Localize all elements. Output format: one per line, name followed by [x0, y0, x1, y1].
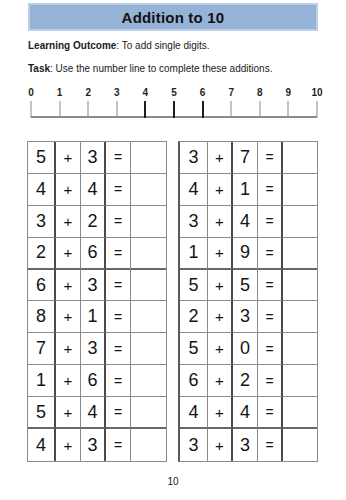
number-line-tick — [59, 101, 60, 118]
plus-cell: + — [56, 365, 81, 397]
equals-cell: = — [258, 429, 283, 461]
addend-b-cell: 3 — [81, 142, 106, 174]
addend-b-cell: 4 — [81, 397, 106, 429]
equals-cell: = — [258, 174, 283, 206]
number-line-label: 5 — [171, 87, 177, 98]
answer-cell[interactable] — [283, 142, 317, 174]
addend-a-cell: 2 — [28, 238, 56, 270]
equals-cell: = — [106, 365, 131, 397]
plus-cell: + — [56, 206, 81, 238]
addend-a-cell: 5 — [28, 397, 56, 429]
answer-cell[interactable] — [131, 333, 166, 365]
equals-cell: = — [106, 270, 131, 302]
equals-cell: = — [106, 238, 131, 270]
addend-b-cell: 6 — [81, 238, 106, 270]
answer-cell[interactable] — [283, 174, 317, 206]
addend-b-cell: 3 — [81, 429, 106, 461]
addend-a-cell: 5 — [180, 333, 208, 365]
answer-cell[interactable] — [283, 238, 317, 270]
answer-cell[interactable] — [283, 333, 317, 365]
addend-a-cell: 1 — [28, 365, 56, 397]
equals-cell: = — [258, 142, 283, 174]
number-line-tick — [31, 101, 32, 118]
equals-cell: = — [106, 142, 131, 174]
addend-a-cell: 7 — [28, 333, 56, 365]
equals-cell: = — [258, 397, 283, 429]
addend-b-cell: 7 — [233, 142, 258, 174]
plus-cell: + — [56, 142, 81, 174]
equals-cell: = — [106, 174, 131, 206]
number-line-tick — [116, 101, 117, 118]
equals-cell: = — [258, 301, 283, 333]
answer-cell[interactable] — [131, 270, 166, 302]
addend-b-cell: 3 — [81, 333, 106, 365]
number-line-tick — [173, 101, 175, 118]
addend-a-cell: 2 — [180, 301, 208, 333]
addend-a-cell: 3 — [180, 206, 208, 238]
answer-cell[interactable] — [131, 206, 166, 238]
addend-a-cell: 3 — [180, 142, 208, 174]
addend-b-cell: 1 — [233, 174, 258, 206]
plus-cell: + — [56, 174, 81, 206]
plus-cell: + — [208, 333, 233, 365]
plus-cell: + — [208, 397, 233, 429]
page-number: 10 — [0, 476, 346, 487]
equals-cell: = — [258, 270, 283, 302]
plus-cell: + — [56, 301, 81, 333]
equals-cell: = — [258, 333, 283, 365]
number-line-label: 10 — [311, 87, 322, 98]
equals-cell: = — [106, 429, 131, 461]
addend-b-cell: 6 — [81, 365, 106, 397]
worksheet-page: Addition to 10 Learning Outcome: To add … — [0, 0, 346, 500]
equals-cell: = — [106, 397, 131, 429]
number-line-tick — [144, 101, 146, 118]
number-line-tick — [288, 101, 289, 118]
equals-cell: = — [106, 333, 131, 365]
addend-b-cell: 3 — [233, 301, 258, 333]
task-line: Task: Use the number line to complete th… — [28, 63, 272, 75]
number-line-label: 9 — [286, 87, 292, 98]
addend-a-cell: 3 — [28, 206, 56, 238]
number-line-tick — [88, 101, 89, 118]
plus-cell: + — [208, 206, 233, 238]
addend-a-cell: 4 — [28, 174, 56, 206]
addend-a-cell: 5 — [28, 142, 56, 174]
plus-cell: + — [208, 301, 233, 333]
task-label: Task — [28, 63, 50, 74]
title-banner: Addition to 10 — [28, 3, 318, 31]
answer-cell[interactable] — [131, 301, 166, 333]
task-text: : Use the number line to complete these … — [50, 63, 272, 74]
answer-cell[interactable] — [283, 301, 317, 333]
plus-cell: + — [56, 270, 81, 302]
number-line-label: 3 — [114, 87, 120, 98]
number-line-tick — [231, 101, 232, 118]
plus-cell: + — [208, 238, 233, 270]
number-line-tick — [202, 101, 204, 118]
plus-cell: + — [208, 142, 233, 174]
addend-a-cell: 4 — [180, 397, 208, 429]
answer-cell[interactable] — [131, 397, 166, 429]
addend-b-cell: 5 — [233, 270, 258, 302]
addition-table-right: 3+7=4+1=3+4=1+9=5+5=2+3=5+0=6+2=4+4=3+3= — [178, 141, 318, 462]
number-line-label: 6 — [200, 87, 206, 98]
learning-outcome-line: Learning Outcome: To add single digits. — [28, 40, 210, 52]
number-line-label: 1 — [57, 87, 63, 98]
addend-b-cell: 2 — [233, 365, 258, 397]
plus-cell: + — [56, 238, 81, 270]
number-line-label: 4 — [143, 87, 149, 98]
addend-a-cell: 6 — [180, 365, 208, 397]
equals-cell: = — [258, 238, 283, 270]
addend-a-cell: 5 — [180, 270, 208, 302]
number-line-tick — [317, 101, 318, 118]
addend-b-cell: 0 — [233, 333, 258, 365]
number-line: 012345678910 — [31, 87, 317, 118]
number-line-tick — [259, 101, 260, 118]
learning-outcome-label: Learning Outcome — [28, 40, 116, 51]
answer-cell[interactable] — [283, 397, 317, 429]
answer-cell[interactable] — [131, 238, 166, 270]
number-line-label: 8 — [257, 87, 263, 98]
plus-cell: + — [56, 429, 81, 461]
addend-a-cell: 6 — [28, 270, 56, 302]
plus-cell: + — [56, 333, 81, 365]
plus-cell: + — [208, 270, 233, 302]
answer-cell[interactable] — [283, 365, 317, 397]
addend-b-cell: 2 — [81, 206, 106, 238]
answer-cell[interactable] — [131, 429, 166, 461]
number-line-label: 0 — [28, 87, 34, 98]
answer-cell[interactable] — [283, 429, 317, 461]
addend-b-cell: 3 — [233, 429, 258, 461]
addend-a-cell: 4 — [28, 429, 56, 461]
addend-b-cell: 4 — [233, 397, 258, 429]
answer-cell[interactable] — [283, 206, 317, 238]
addition-table-left: 5+3=4+4=3+2=2+6=6+3=8+1=7+3=1+6=5+4=4+3= — [27, 141, 167, 462]
answer-cell[interactable] — [283, 270, 317, 302]
number-line-label: 7 — [228, 87, 234, 98]
addend-b-cell: 4 — [233, 206, 258, 238]
equals-cell: = — [106, 206, 131, 238]
learning-outcome-text: : To add single digits. — [116, 40, 209, 51]
addend-a-cell: 8 — [28, 301, 56, 333]
answer-cell[interactable] — [131, 174, 166, 206]
equals-cell: = — [106, 301, 131, 333]
page-title: Addition to 10 — [122, 9, 225, 26]
equals-cell: = — [258, 365, 283, 397]
addend-b-cell: 4 — [81, 174, 106, 206]
plus-cell: + — [208, 365, 233, 397]
plus-cell: + — [208, 174, 233, 206]
answer-cell[interactable] — [131, 142, 166, 174]
equals-cell: = — [258, 206, 283, 238]
plus-cell: + — [208, 429, 233, 461]
answer-cell[interactable] — [131, 365, 166, 397]
addend-a-cell: 3 — [180, 429, 208, 461]
addend-b-cell: 1 — [81, 301, 106, 333]
addend-a-cell: 1 — [180, 238, 208, 270]
plus-cell: + — [56, 397, 81, 429]
addend-b-cell: 9 — [233, 238, 258, 270]
addend-a-cell: 4 — [180, 174, 208, 206]
addend-b-cell: 3 — [81, 270, 106, 302]
number-line-label: 2 — [85, 87, 91, 98]
